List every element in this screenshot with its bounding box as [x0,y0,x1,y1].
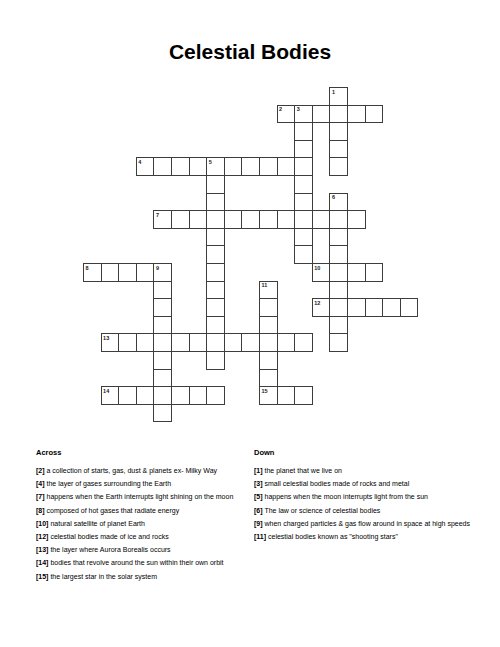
grid-cell[interactable] [259,157,278,176]
clue-number: [2] [36,467,45,474]
cell-number: 5 [209,159,212,165]
down-clue-list: [1] the planet that we live on[3] small … [254,467,476,542]
grid-cell[interactable] [294,386,313,405]
grid-cell[interactable] [294,210,313,229]
cell-number: 15 [262,388,268,394]
grid-cell[interactable] [189,333,208,352]
grid-cell[interactable] [329,263,348,282]
clue-item: [14] bodies that revolve around the sun … [36,559,249,568]
grid-cell[interactable] [329,140,348,159]
grid-cell[interactable] [277,386,296,405]
across-clue-list: [2] a collection of starts, gas, dust & … [36,467,249,581]
grid-cell[interactable] [259,316,278,335]
clue-number: [4] [36,480,45,487]
grid-cell[interactable] [241,210,260,229]
grid-cell[interactable] [189,386,208,405]
crossword-grid: 123456789101112131415 [83,87,419,423]
grid-cell[interactable]: 15 [259,386,278,405]
crossword-page: Celestial Bodies 123456789101112131415 A… [0,0,500,647]
grid-cell[interactable]: 5 [206,157,225,176]
grid-cell[interactable] [136,333,155,352]
cell-number: 12 [314,300,320,306]
clue-number: [15] [36,573,48,580]
grid-cell[interactable] [153,298,172,317]
grid-cell[interactable] [294,140,313,159]
grid-cell[interactable] [329,210,348,229]
clue-number: [10] [36,520,48,527]
grid-cell[interactable] [153,316,172,335]
grid-cell[interactable] [206,193,225,212]
grid-cell[interactable] [153,157,172,176]
grid-cell[interactable] [206,281,225,300]
grid-cell[interactable]: 4 [136,157,155,176]
grid-cell[interactable] [118,333,137,352]
down-clues-column: Down [1] the planet that we live on[3] s… [254,449,476,546]
cell-number: 1 [332,89,335,95]
grid-cell[interactable] [277,210,296,229]
grid-cell[interactable]: 8 [83,263,102,282]
grid-cell[interactable] [206,351,225,370]
across-header: Across [36,449,249,457]
grid-cell[interactable] [118,386,137,405]
grid-cell[interactable] [153,386,172,405]
grid-cell[interactable] [400,298,419,317]
grid-cell[interactable] [294,245,313,264]
grid-cell[interactable]: 7 [153,210,172,229]
clue-item: [1] the planet that we live on [254,467,476,476]
grid-cell[interactable] [329,281,348,300]
grid-cell[interactable] [259,369,278,388]
grid-cell[interactable] [171,210,190,229]
grid-cell[interactable] [171,157,190,176]
grid-cell[interactable] [259,351,278,370]
grid-cell[interactable] [153,333,172,352]
cell-number: 10 [314,265,320,271]
clue-item: [6] The law or science of celestial bodi… [254,507,476,516]
clue-number: [9] [254,520,263,527]
cell-number: 3 [297,106,300,112]
cell-number: 4 [138,159,141,165]
grid-cell[interactable] [329,228,348,247]
clue-number: [12] [36,533,48,540]
grid-cell[interactable] [365,263,384,282]
grid-cell[interactable] [277,157,296,176]
grid-cell[interactable] [294,122,313,141]
clue-number: [14] [36,559,48,566]
grid-cell[interactable] [189,157,208,176]
grid-cell[interactable] [206,333,225,352]
grid-cell[interactable] [294,157,313,176]
grid-cell[interactable] [294,175,313,194]
clue-number: [13] [36,546,48,553]
clue-item: [9] when charged particles & gas flow ar… [254,520,476,529]
clue-item: [5] happens when the moon interrupts lig… [254,493,476,502]
cell-number: 7 [156,212,159,218]
cell-number: 9 [156,265,159,271]
grid-cell[interactable]: 12 [312,298,331,317]
grid-cell[interactable] [153,404,172,423]
grid-cell[interactable] [136,263,155,282]
grid-cell[interactable] [347,210,366,229]
grid-cell[interactable] [347,298,366,317]
grid-cell[interactable] [224,333,243,352]
cell-number: 11 [262,282,268,288]
grid-cell[interactable] [153,351,172,370]
grid-cell[interactable] [259,333,278,352]
grid-cell[interactable]: 1 [329,87,348,106]
grid-cell[interactable] [294,228,313,247]
grid-cell[interactable] [329,316,348,335]
grid-cell[interactable]: 11 [259,281,278,300]
grid-cell[interactable]: 3 [294,105,313,124]
clue-item: [3] small celestial bodies made of rocks… [254,480,476,489]
grid-cell[interactable]: 6 [329,193,348,212]
across-clues-column: Across [2] a collection of starts, gas, … [36,449,249,586]
grid-cell[interactable] [118,263,137,282]
grid-cell[interactable] [206,298,225,317]
clue-item: [11] celestial bodies known as "shooting… [254,533,476,542]
grid-cell[interactable] [153,281,172,300]
grid-cell[interactable] [206,228,225,247]
puzzle-title: Celestial Bodies [0,40,500,64]
grid-cell[interactable] [189,210,208,229]
down-header: Down [254,449,476,457]
clue-item: [4] the layer of gases surrounding the E… [36,480,249,489]
grid-cell[interactable] [347,263,366,282]
grid-cell[interactable] [329,298,348,317]
grid-cell[interactable] [382,298,401,317]
clue-item: [7] happens when the Earth interrupts li… [36,493,249,502]
cell-number: 8 [86,265,89,271]
clue-item: [8] composed of hot gases that radiate e… [36,507,249,516]
grid-cell[interactable]: 2 [277,105,296,124]
clue-item: [15] the largest star in the solar syste… [36,573,249,582]
clue-item: [10] natural satellite of planet Earth [36,520,249,529]
cell-number: 2 [279,106,282,112]
grid-cell[interactable] [312,105,331,124]
grid-cell[interactable] [277,333,296,352]
grid-cell[interactable]: 9 [153,263,172,282]
grid-cell[interactable] [329,157,348,176]
clue-number: [1] [254,467,263,474]
grid-cell[interactable]: 10 [312,263,331,282]
grid-cell[interactable] [259,298,278,317]
clue-item: [13] the layer where Aurora Borealis occ… [36,546,249,555]
clue-number: [3] [254,480,263,487]
grid-cell[interactable] [329,333,348,352]
grid-cell[interactable]: 13 [101,333,120,352]
clue-item: [2] a collection of starts, gas, dust & … [36,467,249,476]
grid-cell[interactable] [206,175,225,194]
grid-cell[interactable] [241,333,260,352]
grid-cell[interactable] [171,386,190,405]
grid-cell[interactable] [329,105,348,124]
grid-cell[interactable] [259,210,278,229]
grid-cell[interactable] [312,210,331,229]
clue-number: [7] [36,493,45,500]
grid-cell[interactable] [206,386,225,405]
grid-cell[interactable] [294,333,313,352]
grid-cell[interactable] [171,333,190,352]
clue-number: [5] [254,493,263,500]
grid-cell[interactable]: 14 [101,386,120,405]
grid-cell[interactable] [347,105,366,124]
cell-number: 14 [103,388,109,394]
clue-item: [12] celestial bodies made of ice and ro… [36,533,249,542]
cell-number: 6 [332,194,335,200]
grid-cell[interactable] [365,105,384,124]
grid-cell[interactable] [224,210,243,229]
grid-cell[interactable] [224,157,243,176]
grid-cell[interactable] [206,316,225,335]
grid-cell[interactable] [206,210,225,229]
grid-cell[interactable] [136,386,155,405]
clue-number: [6] [254,507,263,514]
grid-cell[interactable] [294,193,313,212]
grid-cell[interactable] [206,245,225,264]
grid-cell[interactable] [101,263,120,282]
grid-cell[interactable] [206,263,225,282]
clue-number: [11] [254,533,266,540]
clue-number: [8] [36,507,45,514]
grid-cell[interactable] [241,157,260,176]
grid-cell[interactable] [329,122,348,141]
grid-cell[interactable] [365,298,384,317]
cell-number: 13 [103,335,109,341]
grid-cell[interactable] [153,369,172,388]
grid-cell[interactable] [329,245,348,264]
